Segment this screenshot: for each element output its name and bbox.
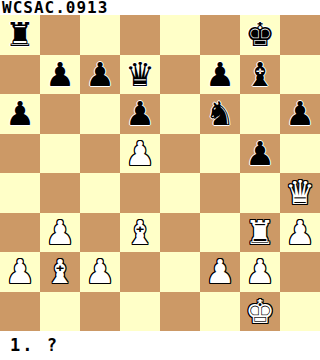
piece-black-pawn-c7: ♟ bbox=[85, 55, 115, 95]
square-h7[interactable] bbox=[280, 55, 320, 95]
square-g3[interactable]: ♜ bbox=[240, 213, 280, 253]
square-g2[interactable]: ♟ bbox=[240, 252, 280, 292]
square-f6[interactable]: ♞ bbox=[200, 94, 240, 134]
square-a3[interactable] bbox=[0, 213, 40, 253]
square-e3[interactable] bbox=[160, 213, 200, 253]
square-a1[interactable] bbox=[0, 292, 40, 332]
square-f7[interactable]: ♟ bbox=[200, 55, 240, 95]
square-h4[interactable]: ♛ bbox=[280, 173, 320, 213]
square-d5[interactable]: ♟ bbox=[120, 134, 160, 174]
square-e4[interactable] bbox=[160, 173, 200, 213]
piece-black-king-g8: ♚ bbox=[245, 15, 275, 55]
piece-black-pawn-g5: ♟ bbox=[245, 134, 275, 174]
square-e6[interactable] bbox=[160, 94, 200, 134]
square-d8[interactable] bbox=[120, 15, 160, 55]
square-g5[interactable]: ♟ bbox=[240, 134, 280, 174]
piece-black-rook-a8: ♜ bbox=[5, 15, 35, 55]
square-a6[interactable]: ♟ bbox=[0, 94, 40, 134]
square-h5[interactable] bbox=[280, 134, 320, 174]
square-h8[interactable] bbox=[280, 15, 320, 55]
square-b3[interactable]: ♟ bbox=[40, 213, 80, 253]
piece-white-pawn-f2: ♟ bbox=[205, 252, 235, 292]
square-h1[interactable] bbox=[280, 292, 320, 332]
piece-black-pawn-d6: ♟ bbox=[125, 94, 155, 134]
move-prompt: 1. ? bbox=[10, 335, 59, 355]
square-f5[interactable] bbox=[200, 134, 240, 174]
square-g8[interactable]: ♚ bbox=[240, 15, 280, 55]
square-g7[interactable]: ♝ bbox=[240, 55, 280, 95]
square-h3[interactable]: ♟ bbox=[280, 213, 320, 253]
square-b7[interactable]: ♟ bbox=[40, 55, 80, 95]
square-c6[interactable] bbox=[80, 94, 120, 134]
diagram-label: WCSAC.0913 bbox=[2, 0, 108, 15]
square-b2[interactable]: ♝ bbox=[40, 252, 80, 292]
piece-white-pawn-b3: ♟ bbox=[45, 213, 75, 253]
piece-white-bishop-d3: ♝ bbox=[125, 213, 155, 253]
square-d4[interactable] bbox=[120, 173, 160, 213]
square-a7[interactable] bbox=[0, 55, 40, 95]
piece-black-pawn-a6: ♟ bbox=[5, 94, 35, 134]
square-g1[interactable]: ♚ bbox=[240, 292, 280, 332]
square-b1[interactable] bbox=[40, 292, 80, 332]
piece-white-bishop-b2: ♝ bbox=[45, 252, 75, 292]
square-d1[interactable] bbox=[120, 292, 160, 332]
square-d7[interactable]: ♛ bbox=[120, 55, 160, 95]
piece-white-pawn-a2: ♟ bbox=[5, 252, 35, 292]
square-a2[interactable]: ♟ bbox=[0, 252, 40, 292]
square-c2[interactable]: ♟ bbox=[80, 252, 120, 292]
square-d3[interactable]: ♝ bbox=[120, 213, 160, 253]
piece-white-pawn-h3: ♟ bbox=[285, 213, 315, 253]
square-e5[interactable] bbox=[160, 134, 200, 174]
square-g4[interactable] bbox=[240, 173, 280, 213]
piece-white-king-g1: ♚ bbox=[245, 292, 275, 332]
square-b6[interactable] bbox=[40, 94, 80, 134]
square-c3[interactable] bbox=[80, 213, 120, 253]
piece-black-pawn-h6: ♟ bbox=[285, 94, 315, 134]
square-b8[interactable] bbox=[40, 15, 80, 55]
square-f2[interactable]: ♟ bbox=[200, 252, 240, 292]
square-d6[interactable]: ♟ bbox=[120, 94, 160, 134]
square-a5[interactable] bbox=[0, 134, 40, 174]
square-c8[interactable] bbox=[80, 15, 120, 55]
piece-white-pawn-d5: ♟ bbox=[125, 134, 155, 174]
piece-white-pawn-c2: ♟ bbox=[85, 252, 115, 292]
square-g6[interactable] bbox=[240, 94, 280, 134]
square-b4[interactable] bbox=[40, 173, 80, 213]
square-f3[interactable] bbox=[200, 213, 240, 253]
square-f4[interactable] bbox=[200, 173, 240, 213]
square-e7[interactable] bbox=[160, 55, 200, 95]
square-f8[interactable] bbox=[200, 15, 240, 55]
square-c4[interactable] bbox=[80, 173, 120, 213]
piece-black-pawn-b7: ♟ bbox=[45, 55, 75, 95]
square-c1[interactable] bbox=[80, 292, 120, 332]
square-h2[interactable] bbox=[280, 252, 320, 292]
square-a4[interactable] bbox=[0, 173, 40, 213]
piece-black-queen-d7: ♛ bbox=[125, 55, 155, 95]
square-c7[interactable]: ♟ bbox=[80, 55, 120, 95]
square-b5[interactable] bbox=[40, 134, 80, 174]
square-a8[interactable]: ♜ bbox=[0, 15, 40, 55]
piece-black-bishop-g7: ♝ bbox=[245, 55, 275, 95]
piece-white-rook-g3: ♜ bbox=[245, 213, 275, 253]
square-h6[interactable]: ♟ bbox=[280, 94, 320, 134]
square-c5[interactable] bbox=[80, 134, 120, 174]
square-f1[interactable] bbox=[200, 292, 240, 332]
square-d2[interactable] bbox=[120, 252, 160, 292]
piece-white-queen-h4: ♛ bbox=[285, 173, 315, 213]
square-e2[interactable] bbox=[160, 252, 200, 292]
chess-board: ♜♚♟♟♛♟♝♟♟♞♟♟♟♛♟♝♜♟♟♝♟♟♟♚ bbox=[0, 15, 320, 331]
piece-white-pawn-g2: ♟ bbox=[245, 252, 275, 292]
piece-black-knight-f6: ♞ bbox=[205, 94, 235, 134]
square-e8[interactable] bbox=[160, 15, 200, 55]
piece-black-pawn-f7: ♟ bbox=[205, 55, 235, 95]
square-e1[interactable] bbox=[160, 292, 200, 332]
